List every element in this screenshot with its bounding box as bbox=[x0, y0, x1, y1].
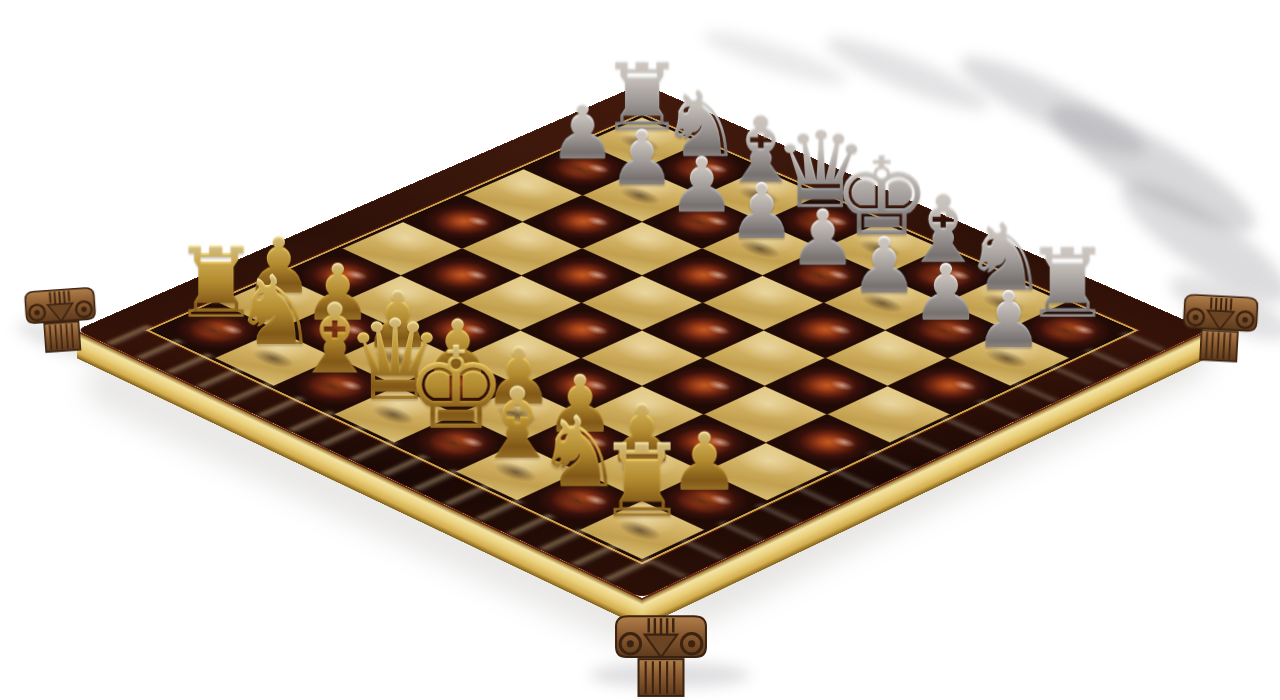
corner-foot-left bbox=[18, 279, 105, 357]
corner-foot-front bbox=[605, 606, 717, 700]
corner-foot-right bbox=[1174, 286, 1266, 367]
piece-glyph: ♟ bbox=[938, 283, 1079, 357]
piece-glyph: ♜ bbox=[570, 433, 715, 529]
chess-board: ♜♞♝♛♚♝♞♜♟♟♟♟♟♟♟♟♟♟♟♟♟♟♟♟♜♞♝♛♚♝♞♜ bbox=[76, 84, 1207, 599]
board-frame: ♜♞♝♛♚♝♞♜♟♟♟♟♟♟♟♟♟♟♟♟♟♟♟♟♜♞♝♛♚♝♞♜ bbox=[76, 84, 1207, 599]
product-photo-stage: { "game": "chess", "scene": { "type": "p… bbox=[0, 0, 1280, 700]
